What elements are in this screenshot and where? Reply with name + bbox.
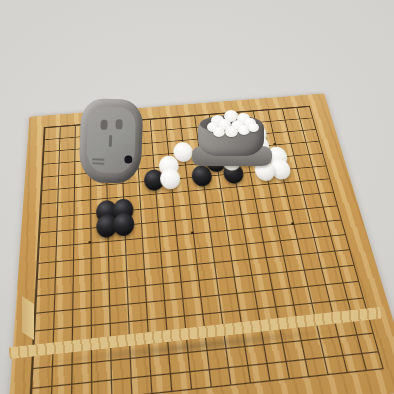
- white-stone-in-bowl: [225, 126, 238, 137]
- hoshi-point: [273, 143, 276, 145]
- bowl-emboss-mark: [100, 120, 107, 130]
- bowl-emboss-mark: [115, 119, 122, 129]
- hoshi-point: [190, 231, 193, 234]
- hoshi-point: [290, 222, 293, 225]
- board-left-edge: [22, 296, 34, 340]
- closed-stone-bowl: [79, 98, 144, 184]
- bowl-emboss-mark: [109, 135, 112, 147]
- photo-background: [0, 0, 394, 394]
- white-stone-in-bowl: [248, 123, 259, 132]
- white-stone-in-bowl: [213, 127, 225, 137]
- open-stone-bowl: [192, 106, 272, 168]
- white-stones-heap: [202, 106, 260, 134]
- bowl-lid-face: [86, 106, 136, 174]
- bowl-emboss-text-lines: [92, 158, 104, 160]
- hoshi-point: [88, 240, 91, 243]
- bowl-black-dot: [124, 155, 132, 163]
